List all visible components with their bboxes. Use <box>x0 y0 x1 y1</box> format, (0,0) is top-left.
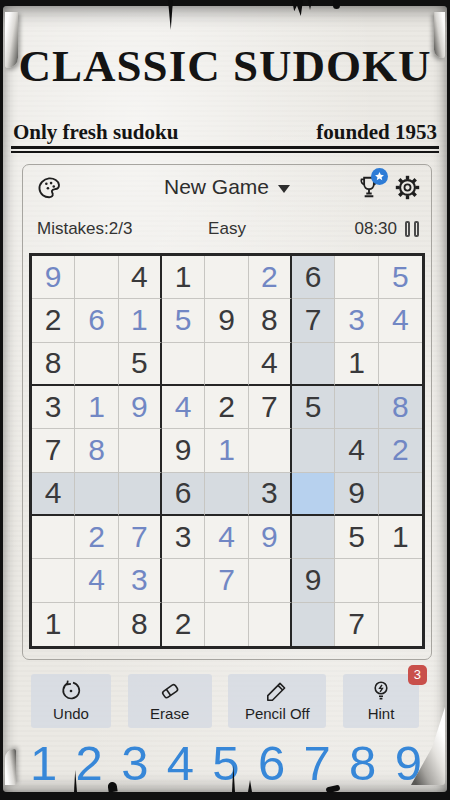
cell-r5c3[interactable] <box>119 429 162 472</box>
numpad-5[interactable]: 5 <box>212 739 239 788</box>
numpad-4[interactable]: 4 <box>167 739 194 788</box>
numpad-8[interactable]: 8 <box>349 739 376 788</box>
cell-r3c5[interactable] <box>205 343 248 386</box>
cell-r8c8[interactable] <box>335 559 378 602</box>
cell-r8c5[interactable]: 7 <box>205 559 248 602</box>
cell-r8c4[interactable] <box>162 559 205 602</box>
hint-count-badge: 3 <box>408 665 427 685</box>
cell-r7c8[interactable]: 5 <box>335 516 378 559</box>
cell-r7c7[interactable] <box>292 516 335 559</box>
cell-r5c4[interactable]: 9 <box>162 429 205 472</box>
cell-r1c6[interactable]: 2 <box>249 256 292 299</box>
cell-r1c9[interactable]: 5 <box>379 256 422 299</box>
numpad-6[interactable]: 6 <box>258 739 285 788</box>
cell-r1c8[interactable] <box>335 256 378 299</box>
cell-r4c4[interactable]: 4 <box>162 386 205 429</box>
cell-r5c1[interactable]: 7 <box>32 429 75 472</box>
cell-r6c5[interactable] <box>205 473 248 516</box>
cell-r7c6[interactable]: 9 <box>249 516 292 559</box>
cell-r9c5[interactable] <box>205 603 248 646</box>
cell-r7c1[interactable] <box>32 516 75 559</box>
cell-r8c6[interactable] <box>249 559 292 602</box>
ink-drip <box>107 781 117 792</box>
tagline-right: founded 1953 <box>316 120 437 145</box>
cell-r5c8[interactable]: 4 <box>335 429 378 472</box>
cell-r1c4[interactable]: 1 <box>162 256 205 299</box>
cell-r2c9[interactable]: 4 <box>379 299 422 342</box>
page-curl-bottom-left-icon <box>5 749 16 785</box>
cell-r2c1[interactable]: 2 <box>32 299 75 342</box>
ink-drip <box>333 0 340 9</box>
cell-r3c7[interactable] <box>292 343 335 386</box>
cell-r9c2[interactable] <box>75 603 118 646</box>
ink-drip <box>326 785 341 794</box>
pencil-toggle-button[interactable]: Pencil Off <box>228 674 326 728</box>
cell-r7c4[interactable]: 3 <box>162 516 205 559</box>
hint-label: Hint <box>368 705 395 722</box>
hint-button[interactable]: 3 Hint <box>343 674 419 728</box>
cell-r4c9[interactable]: 8 <box>379 386 422 429</box>
cell-r7c5[interactable]: 4 <box>205 516 248 559</box>
chevron-down-icon <box>278 185 290 193</box>
page-curl-top-left-icon <box>5 12 18 68</box>
numpad-7[interactable]: 7 <box>303 739 330 788</box>
cell-r3c3[interactable]: 5 <box>119 343 162 386</box>
cell-r7c2[interactable]: 2 <box>75 516 118 559</box>
toolbar-right-icons <box>356 172 421 202</box>
cell-r6c6[interactable]: 3 <box>249 473 292 516</box>
cell-r2c3[interactable]: 1 <box>119 299 162 342</box>
app-background: CLASSIC SUDOKU Only fresh sudoku founded… <box>0 0 450 800</box>
cell-r1c2[interactable] <box>75 256 118 299</box>
numpad-2[interactable]: 2 <box>76 739 103 788</box>
erase-button[interactable]: Erase <box>128 674 212 728</box>
sudoku-board: 9412652615987348541319427587891424639273… <box>29 253 425 649</box>
cell-r3c8[interactable]: 1 <box>335 343 378 386</box>
top-toolbar: New Game <box>23 165 431 211</box>
page-curl-top-right-icon <box>434 12 445 58</box>
cell-r6c4[interactable]: 6 <box>162 473 205 516</box>
cell-r9c8[interactable]: 7 <box>335 603 378 646</box>
newspaper-page: CLASSIC SUDOKU Only fresh sudoku founded… <box>3 6 447 792</box>
cell-r3c1[interactable]: 8 <box>32 343 75 386</box>
numpad-1[interactable]: 1 <box>30 739 57 788</box>
cell-r5c7[interactable] <box>292 429 335 472</box>
status-bar: Mistakes:2/3 Easy 08:30 <box>23 211 431 251</box>
new-game-label: New Game <box>164 175 269 198</box>
game-panel: New Game <box>22 164 432 660</box>
masthead: Only fresh sudoku founded 1953 <box>13 120 437 145</box>
cell-r9c3[interactable]: 8 <box>119 603 162 646</box>
cell-r3c2[interactable] <box>75 343 118 386</box>
timer: 08:30 <box>354 219 397 239</box>
cell-r6c1[interactable]: 4 <box>32 473 75 516</box>
cell-r9c4[interactable]: 2 <box>162 603 205 646</box>
action-toolbar: Undo Erase Pencil Off 3 <box>31 674 419 728</box>
cell-r4c2[interactable]: 1 <box>75 386 118 429</box>
cell-r3c6[interactable]: 4 <box>249 343 292 386</box>
star-badge-icon <box>371 168 388 185</box>
cell-r1c5[interactable] <box>205 256 248 299</box>
cell-r8c9[interactable] <box>379 559 422 602</box>
cell-r2c2[interactable]: 6 <box>75 299 118 342</box>
pencil-label: Pencil Off <box>245 705 310 722</box>
erase-label: Erase <box>150 705 189 722</box>
cell-r4c3[interactable]: 9 <box>119 386 162 429</box>
cell-r9c7[interactable] <box>292 603 335 646</box>
cell-r4c1[interactable]: 3 <box>32 386 75 429</box>
numpad-3[interactable]: 3 <box>121 739 148 788</box>
cell-r4c7[interactable]: 5 <box>292 386 335 429</box>
cell-r4c8[interactable] <box>335 386 378 429</box>
cell-r5c5[interactable]: 1 <box>205 429 248 472</box>
tagline-left: Only fresh sudoku <box>13 120 178 145</box>
cell-r7c9[interactable]: 1 <box>379 516 422 559</box>
cell-r8c7[interactable]: 9 <box>292 559 335 602</box>
masthead-divider <box>11 146 439 153</box>
cell-r5c9[interactable]: 2 <box>379 429 422 472</box>
cell-r2c6[interactable]: 8 <box>249 299 292 342</box>
cell-r5c2[interactable]: 8 <box>75 429 118 472</box>
cell-r6c3[interactable] <box>119 473 162 516</box>
cell-r2c5[interactable]: 9 <box>205 299 248 342</box>
cell-r4c5[interactable]: 2 <box>205 386 248 429</box>
gear-icon[interactable] <box>394 174 421 201</box>
cell-r4c6[interactable]: 7 <box>249 386 292 429</box>
cell-r1c1[interactable]: 9 <box>32 256 75 299</box>
cell-r9c6[interactable] <box>249 603 292 646</box>
cell-r3c4[interactable] <box>162 343 205 386</box>
page-title: CLASSIC SUDOKU <box>3 40 447 92</box>
cell-r6c9[interactable] <box>379 473 422 516</box>
cell-r3c9[interactable] <box>379 343 422 386</box>
cell-r5c6[interactable] <box>249 429 292 472</box>
undo-label: Undo <box>53 705 89 722</box>
cell-r6c8[interactable]: 9 <box>335 473 378 516</box>
undo-button[interactable]: Undo <box>31 674 111 728</box>
number-pad: 123456789 <box>30 739 422 788</box>
cell-r6c7[interactable] <box>292 473 335 516</box>
cell-r2c7[interactable]: 7 <box>292 299 335 342</box>
cell-r6c2[interactable] <box>75 473 118 516</box>
cell-r2c8[interactable]: 3 <box>335 299 378 342</box>
cell-r7c3[interactable]: 7 <box>119 516 162 559</box>
cell-r9c1[interactable]: 1 <box>32 603 75 646</box>
cell-r2c4[interactable]: 5 <box>162 299 205 342</box>
pause-button[interactable] <box>405 221 419 237</box>
cell-r1c3[interactable]: 4 <box>119 256 162 299</box>
cell-r8c1[interactable] <box>32 559 75 602</box>
cell-r8c3[interactable]: 3 <box>119 559 162 602</box>
cell-r9c9[interactable] <box>379 603 422 646</box>
cell-r8c2[interactable]: 4 <box>75 559 118 602</box>
cell-r1c7[interactable]: 6 <box>292 256 335 299</box>
trophy-button[interactable] <box>356 172 384 202</box>
